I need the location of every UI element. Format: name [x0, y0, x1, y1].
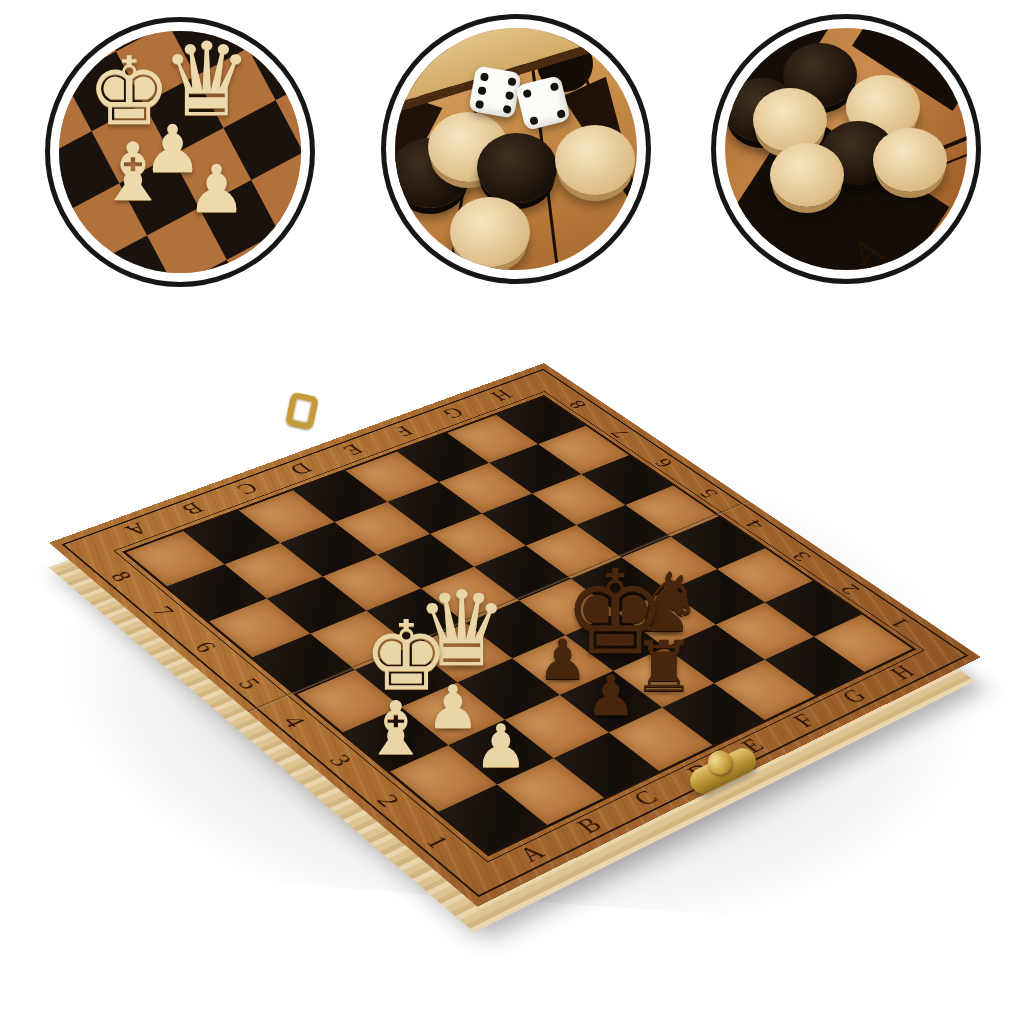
- inset-chess-photo: ♚♛♟♝♟: [59, 31, 301, 273]
- light-checker-disc: [753, 88, 827, 152]
- light-checker-disc: [873, 128, 947, 192]
- die-pip: [507, 77, 516, 86]
- die-pip: [529, 116, 539, 126]
- dark-checker-disc: [477, 133, 557, 203]
- light-checker-disc: [555, 125, 635, 195]
- light-checker-disc: [770, 143, 844, 207]
- product-photo-canvas: ♚♛♟♝♟ A: [0, 0, 1024, 1024]
- closeup-pawn: ♟: [187, 157, 246, 223]
- die-pip: [522, 89, 532, 99]
- inset-backgammon-photo: [395, 28, 637, 270]
- die-pip: [480, 72, 489, 81]
- inset-chess-closeup: ♚♛♟♝♟: [45, 17, 315, 287]
- die-pip: [550, 82, 560, 92]
- closeup-bishop: ♝: [97, 133, 169, 213]
- inset-checkers-photo: A: [725, 28, 967, 270]
- inset-checkers-closeup: A: [711, 14, 981, 284]
- light-checker-disc: [450, 197, 530, 267]
- die-pip: [505, 91, 514, 100]
- die-pip: [503, 105, 512, 114]
- die-pip: [556, 109, 566, 119]
- inset-backgammon-closeup: [381, 14, 651, 284]
- die-pip: [477, 86, 486, 95]
- die-pip: [475, 100, 484, 109]
- die-showing-6: [468, 65, 521, 118]
